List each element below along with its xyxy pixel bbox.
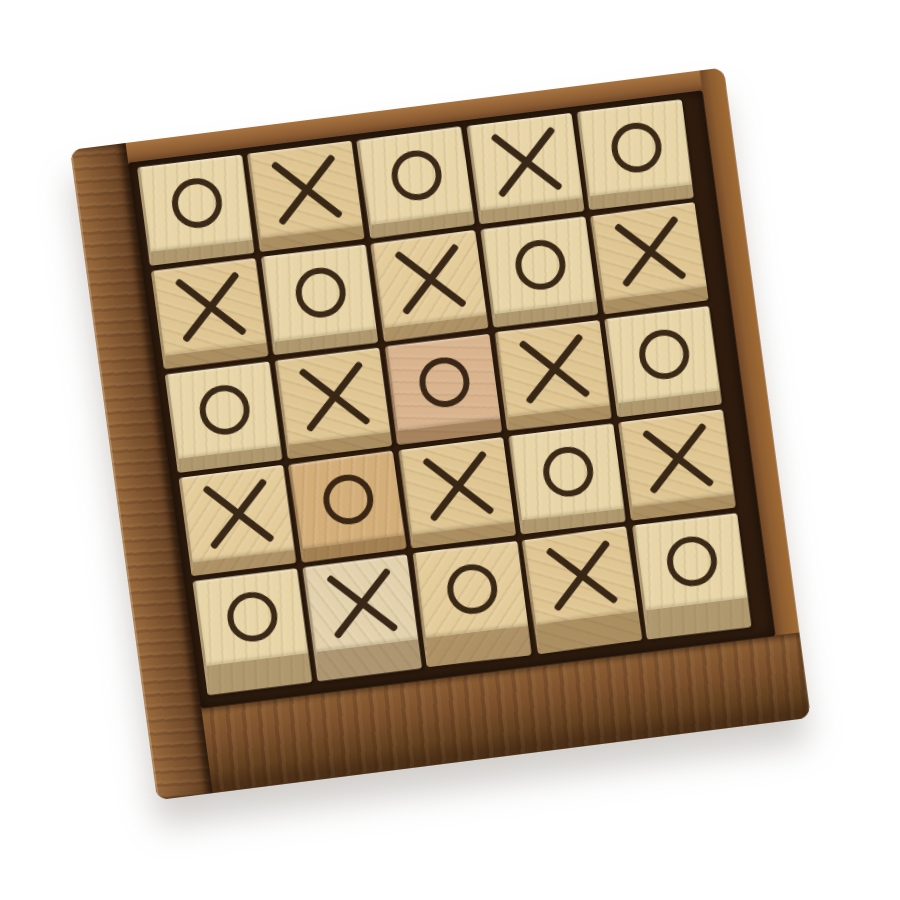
o-symbol — [224, 589, 280, 645]
o-symbol — [416, 355, 472, 410]
tile-r2c2-o[interactable] — [261, 244, 379, 355]
o-symbol — [292, 265, 348, 320]
tile-r3c4-x[interactable] — [495, 320, 612, 431]
tile-r5c4-x[interactable] — [521, 526, 642, 654]
x-symbol — [545, 539, 617, 611]
tile-r3c5-o[interactable] — [604, 306, 722, 418]
tile-r1c5-o[interactable] — [577, 99, 694, 210]
o-symbol — [608, 120, 664, 175]
tile-r1c2-x[interactable] — [247, 140, 365, 252]
tile-r1c1-o[interactable] — [137, 155, 255, 266]
x-symbol — [394, 243, 466, 314]
tile-r2c5-x[interactable] — [590, 202, 709, 315]
tile-r1c3-o[interactable] — [356, 126, 475, 239]
o-symbol — [169, 176, 225, 231]
o-symbol — [320, 472, 377, 528]
photo-background — [0, 0, 900, 900]
tile-r2c1-x[interactable] — [151, 258, 269, 370]
tile-r4c1-x[interactable] — [178, 465, 296, 577]
wooden-tray — [70, 68, 811, 801]
tile-r5c1-o[interactable] — [192, 568, 312, 696]
o-symbol — [196, 382, 252, 438]
tile-r4c4-o[interactable] — [508, 423, 626, 534]
x-symbol — [174, 271, 246, 342]
o-symbol — [388, 147, 445, 203]
tile-r4c3-x[interactable] — [398, 437, 516, 549]
x-symbol — [326, 567, 398, 638]
tile-r1c4-x[interactable] — [466, 113, 584, 225]
tile-r5c5-o[interactable] — [632, 513, 752, 640]
tile-r5c2-x[interactable] — [302, 554, 422, 682]
x-symbol — [642, 422, 714, 493]
tile-r2c3-x[interactable] — [370, 230, 489, 342]
tray-bed — [128, 90, 775, 708]
x-symbol — [298, 361, 370, 432]
tile-r4c2-o[interactable] — [288, 450, 407, 563]
o-symbol — [540, 444, 596, 499]
o-symbol — [664, 534, 720, 589]
tile-r3c3-o[interactable] — [385, 334, 503, 445]
o-symbol — [636, 327, 692, 383]
x-symbol — [270, 154, 342, 225]
tile-r3c2-x[interactable] — [274, 347, 392, 459]
board-grid — [137, 97, 770, 696]
tile-r2c4-o[interactable] — [480, 216, 598, 328]
x-symbol — [490, 126, 562, 197]
o-symbol — [512, 237, 568, 293]
tile-r3c1-o[interactable] — [165, 361, 283, 473]
o-symbol — [444, 562, 500, 617]
game-board — [70, 68, 811, 801]
tile-r4c5-x[interactable] — [618, 409, 736, 521]
x-symbol — [202, 478, 274, 549]
x-symbol — [614, 215, 686, 287]
x-symbol — [422, 450, 494, 521]
x-symbol — [518, 333, 589, 404]
tile-r5c3-o[interactable] — [412, 541, 531, 668]
